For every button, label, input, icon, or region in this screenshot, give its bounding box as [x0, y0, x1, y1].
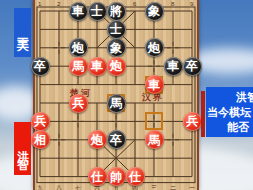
- piece-black-士[interactable]: 士: [88, 2, 107, 21]
- piece-black-卒[interactable]: 卒: [183, 57, 202, 76]
- file-label-top: 9: [190, 1, 193, 7]
- piece-red-仕[interactable]: 仕: [126, 167, 145, 186]
- piece-red-炮[interactable]: 炮: [107, 57, 126, 76]
- file-label-bottom: 七: [75, 185, 81, 190]
- file-label-bottom: 八: [56, 185, 62, 190]
- app-screen: 楚河 汉界 車士將象士炮象炮卒馬車炮車卒車兵馬兵兵相炮卒馬仕帥仕12345678…: [0, 0, 253, 190]
- piece-red-兵[interactable]: 兵: [31, 112, 50, 131]
- player-label-bottom: 洪智: [14, 122, 31, 175]
- piece-black-炮[interactable]: 炮: [69, 38, 88, 57]
- piece-red-仕[interactable]: 仕: [88, 167, 107, 186]
- piece-red-車[interactable]: 車: [145, 75, 164, 94]
- piece-black-士[interactable]: 士: [107, 20, 126, 39]
- commentary-line: 能否: [227, 120, 253, 135]
- piece-black-車[interactable]: 車: [164, 57, 183, 76]
- piece-red-帥[interactable]: 帥: [107, 167, 126, 186]
- commentary-line: 当今棋坛: [207, 105, 253, 120]
- file-label-bottom: 九: [37, 185, 43, 190]
- red-banner-edge: [201, 91, 205, 137]
- xiangqi-board[interactable]: 楚河 汉界 車士將象士炮象炮卒馬車炮車卒車兵馬兵兵相炮卒馬仕帥仕12345678…: [33, 0, 199, 190]
- piece-black-卒[interactable]: 卒: [107, 130, 126, 149]
- piece-black-炮[interactable]: 炮: [145, 38, 164, 57]
- piece-red-車[interactable]: 車: [88, 57, 107, 76]
- piece-black-象[interactable]: 象: [145, 2, 164, 21]
- piece-red-馬[interactable]: 馬: [145, 130, 164, 149]
- commentary-line: 洪智: [236, 90, 253, 105]
- piece-black-象[interactable]: 象: [107, 38, 126, 57]
- piece-black-車[interactable]: 車: [69, 2, 88, 21]
- piece-black-馬[interactable]: 馬: [107, 94, 126, 113]
- file-label-bottom: 二: [170, 185, 176, 190]
- piece-black-將[interactable]: 將: [107, 2, 126, 21]
- piece-red-兵[interactable]: 兵: [183, 112, 202, 131]
- file-label-bottom: 三: [151, 185, 157, 190]
- piece-red-兵[interactable]: 兵: [69, 94, 88, 113]
- last-move-marker: [145, 112, 163, 130]
- file-label-top: 8: [171, 1, 174, 7]
- file-label-bottom: 一: [189, 185, 195, 190]
- player-label-top: 王天一: [14, 8, 31, 57]
- piece-red-馬[interactable]: 馬: [69, 57, 88, 76]
- file-label-top: 6: [133, 1, 136, 7]
- piece-black-卒[interactable]: 卒: [31, 57, 50, 76]
- file-label-top: 2: [57, 1, 60, 7]
- commentary-box: 洪智 当今棋坛 能否: [206, 87, 253, 137]
- piece-red-炮[interactable]: 炮: [88, 130, 107, 149]
- file-label-top: 1: [38, 1, 41, 7]
- piece-red-相[interactable]: 相: [31, 130, 50, 149]
